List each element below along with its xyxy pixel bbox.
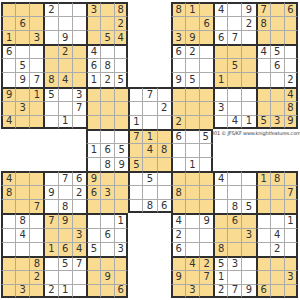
cell-r3-c2[interactable] bbox=[15, 30, 29, 44]
cell-r7-c16[interactable] bbox=[213, 87, 227, 101]
cell-r21-c3[interactable] bbox=[29, 284, 43, 298]
cell-r6-c15[interactable] bbox=[199, 72, 213, 86]
cell-r16-c15: 9 bbox=[199, 213, 213, 227]
cell-r20-c18[interactable] bbox=[241, 270, 255, 284]
cell-r15-c4[interactable] bbox=[43, 199, 57, 213]
cell-r4-c16[interactable] bbox=[213, 44, 227, 58]
cell-r20-c6[interactable] bbox=[72, 270, 86, 284]
cell-r17-c19[interactable] bbox=[256, 228, 270, 242]
cell-r1-c1[interactable] bbox=[1, 2, 15, 16]
cell-r8-c10[interactable] bbox=[128, 101, 142, 115]
cell-r21-c5: 1 bbox=[58, 284, 72, 298]
cell-r4-c4[interactable] bbox=[43, 44, 57, 58]
cell-r7-c3: 1 bbox=[29, 87, 43, 101]
cell-r14-c19[interactable] bbox=[256, 185, 270, 199]
cell-r5-c5[interactable] bbox=[58, 58, 72, 72]
cell-r14-c15[interactable] bbox=[199, 185, 213, 199]
cell-r16-c19[interactable] bbox=[256, 213, 270, 227]
cell-r4-c11 bbox=[142, 44, 156, 58]
cell-r12-c12[interactable] bbox=[157, 157, 171, 171]
cell-r15-c5: 8 bbox=[58, 199, 72, 213]
cell-r2-c16[interactable] bbox=[213, 16, 227, 30]
cell-r17-c5[interactable] bbox=[58, 228, 72, 242]
samurai-sudoku-board: 2388149766262813954396762462455685697841… bbox=[1, 2, 298, 298]
cell-r14-c20[interactable] bbox=[270, 185, 284, 199]
cell-r12-c13[interactable] bbox=[171, 157, 185, 171]
cell-r13-c15[interactable] bbox=[199, 171, 213, 185]
cell-r2-c5[interactable] bbox=[58, 16, 72, 30]
cell-r4-c21[interactable] bbox=[284, 44, 298, 58]
cell-r14-c7: 6 bbox=[86, 185, 100, 199]
cell-r6-c17[interactable] bbox=[227, 72, 241, 86]
cell-r17-c4[interactable] bbox=[43, 228, 57, 242]
cell-r10-c7[interactable] bbox=[86, 129, 100, 143]
cell-r13-c3[interactable] bbox=[29, 171, 43, 185]
cell-r20-c15: 7 bbox=[199, 270, 213, 284]
cell-r13-c1: 4 bbox=[1, 171, 15, 185]
cell-r5-c13[interactable] bbox=[171, 58, 185, 72]
cell-r16-c20[interactable] bbox=[270, 213, 284, 227]
cell-r16-c14[interactable] bbox=[185, 213, 199, 227]
cell-r9-c2[interactable] bbox=[15, 115, 29, 129]
cell-r13-c10[interactable] bbox=[128, 171, 142, 185]
cell-r6-c9: 5 bbox=[114, 72, 128, 86]
cell-r15-c19[interactable] bbox=[256, 199, 270, 213]
cell-r1-c3[interactable] bbox=[29, 2, 43, 16]
cell-r18-c13: 6 bbox=[171, 242, 185, 256]
cell-r1-c6[interactable] bbox=[72, 2, 86, 16]
cell-r18-c1[interactable] bbox=[1, 242, 15, 256]
cell-r11-c12: 8 bbox=[157, 143, 171, 157]
cell-r13-c21[interactable] bbox=[284, 171, 298, 185]
cell-r13-c8[interactable] bbox=[100, 171, 114, 185]
cell-r16-c1[interactable] bbox=[1, 213, 15, 227]
cell-r4-c12 bbox=[157, 44, 171, 58]
cell-r8-c13[interactable] bbox=[171, 101, 185, 115]
cell-r10-c1 bbox=[1, 129, 15, 143]
cell-r6-c16: 1 bbox=[213, 72, 227, 86]
cell-r17-c16[interactable] bbox=[213, 228, 227, 242]
cell-r21-c8[interactable] bbox=[100, 284, 114, 298]
cell-r7-c8[interactable] bbox=[100, 87, 114, 101]
cell-r4-c14: 2 bbox=[185, 44, 199, 58]
cell-r10-c14[interactable] bbox=[185, 129, 199, 143]
cell-r13-c2[interactable] bbox=[15, 171, 29, 185]
cell-r1-c5[interactable] bbox=[58, 2, 72, 16]
cell-r6-c20[interactable] bbox=[270, 72, 284, 86]
cell-r14-c18[interactable] bbox=[241, 185, 255, 199]
cell-r19-c4[interactable] bbox=[43, 256, 57, 270]
cell-r5-c21[interactable] bbox=[284, 58, 298, 72]
cell-r2-c20[interactable] bbox=[270, 16, 284, 30]
cell-r6-c13: 9 bbox=[171, 72, 185, 86]
cell-r4-c15[interactable] bbox=[199, 44, 213, 58]
cell-r21-c7[interactable] bbox=[86, 284, 100, 298]
cell-r20-c17[interactable] bbox=[227, 270, 241, 284]
cell-r12-c15[interactable] bbox=[199, 157, 213, 171]
cell-r12-c14: 1 bbox=[185, 157, 199, 171]
cell-r8-c5[interactable] bbox=[58, 101, 72, 115]
cell-r3-c20[interactable] bbox=[270, 30, 284, 44]
cell-r8-c14[interactable] bbox=[185, 101, 199, 115]
cell-r20-c14[interactable] bbox=[185, 270, 199, 284]
cell-r10-c9[interactable] bbox=[114, 129, 128, 143]
cell-r20-c20[interactable] bbox=[270, 270, 284, 284]
cell-r19-c16: 5 bbox=[213, 256, 227, 270]
cell-r18-c8[interactable] bbox=[100, 242, 114, 256]
cell-r7-c4: 5 bbox=[43, 87, 57, 101]
cell-r16-c9: 1 bbox=[114, 213, 128, 227]
cell-r9-c15[interactable] bbox=[199, 115, 213, 129]
cell-r12-c1 bbox=[1, 157, 15, 171]
cell-r16-c3[interactable] bbox=[29, 213, 43, 227]
cell-r14-c3[interactable] bbox=[29, 185, 43, 199]
cell-r14-c8: 3 bbox=[100, 185, 114, 199]
cell-r2-c13[interactable] bbox=[171, 16, 185, 30]
cell-r21-c14: 3 bbox=[185, 284, 199, 298]
cell-r6-c18[interactable] bbox=[241, 72, 255, 86]
cell-r12-c9: 9 bbox=[114, 157, 128, 171]
cell-r11-c16 bbox=[213, 143, 227, 157]
cell-r14-c9[interactable] bbox=[114, 185, 128, 199]
cell-r15-c1[interactable] bbox=[1, 199, 15, 213]
cell-r2-c1[interactable] bbox=[1, 16, 15, 30]
cell-r12-c11[interactable] bbox=[142, 157, 156, 171]
cell-r4-c5: 2 bbox=[58, 44, 72, 58]
cell-r4-c9[interactable] bbox=[114, 44, 128, 58]
cell-r2-c14[interactable] bbox=[185, 16, 199, 30]
cell-r3-c14: 9 bbox=[185, 30, 199, 44]
cell-r19-c15: 2 bbox=[199, 256, 213, 270]
cell-r21-c20[interactable] bbox=[270, 284, 284, 298]
cell-r4-c20: 5 bbox=[270, 44, 284, 58]
cell-r15-c16[interactable] bbox=[213, 199, 227, 213]
cell-r3-c11 bbox=[142, 30, 156, 44]
cell-r2-c21[interactable] bbox=[284, 16, 298, 30]
cell-r19-c18[interactable] bbox=[241, 256, 255, 270]
cell-r7-c7[interactable] bbox=[86, 87, 100, 101]
cell-r14-c12[interactable] bbox=[157, 185, 171, 199]
cell-r15-c14[interactable] bbox=[185, 199, 199, 213]
cell-r18-c4: 1 bbox=[43, 242, 57, 256]
cell-r7-c2[interactable] bbox=[15, 87, 29, 101]
cell-r9-c9[interactable] bbox=[114, 115, 128, 129]
cell-r1-c11 bbox=[142, 2, 156, 16]
cell-r14-c13: 8 bbox=[171, 185, 185, 199]
cell-r17-c13: 2 bbox=[171, 228, 185, 242]
cell-r7-c19[interactable] bbox=[256, 87, 270, 101]
cell-r15-c21[interactable] bbox=[284, 199, 298, 213]
cell-r11-c2 bbox=[15, 143, 29, 157]
cell-r20-c16: 1 bbox=[213, 270, 227, 284]
cell-r14-c10[interactable] bbox=[128, 185, 142, 199]
cell-r8-c15[interactable] bbox=[199, 101, 213, 115]
cell-r3-c15[interactable] bbox=[199, 30, 213, 44]
cell-r2-c11 bbox=[142, 16, 156, 30]
cell-r17-c7[interactable] bbox=[86, 228, 100, 242]
cell-r21-c12 bbox=[157, 284, 171, 298]
cell-r5-c16[interactable] bbox=[213, 58, 227, 72]
cell-r11-c13[interactable] bbox=[171, 143, 185, 157]
cell-r3-c1: 1 bbox=[1, 30, 15, 44]
cell-r21-c15[interactable] bbox=[199, 284, 213, 298]
cell-r5-c14[interactable] bbox=[185, 58, 199, 72]
cell-r3-c4[interactable] bbox=[43, 30, 57, 44]
cell-r2-c8[interactable] bbox=[100, 16, 114, 30]
cell-r9-c16[interactable] bbox=[213, 115, 227, 129]
cell-r14-c17[interactable] bbox=[227, 185, 241, 199]
cell-r11-c14[interactable] bbox=[185, 143, 199, 157]
cell-r8-c1[interactable] bbox=[1, 101, 15, 115]
cell-r13-c5: 7 bbox=[58, 171, 72, 185]
cell-r13-c13[interactable] bbox=[171, 171, 185, 185]
cell-r15-c8[interactable] bbox=[100, 199, 114, 213]
cell-r13-c19: 1 bbox=[256, 171, 270, 185]
cell-r5-c15[interactable] bbox=[199, 58, 213, 72]
cell-r19-c2[interactable] bbox=[15, 256, 29, 270]
cell-r12-c18 bbox=[241, 157, 255, 171]
cell-r17-c15[interactable] bbox=[199, 228, 213, 242]
cell-r1-c17[interactable] bbox=[227, 2, 241, 16]
cell-r5-c9[interactable] bbox=[114, 58, 128, 72]
cell-r7-c5[interactable] bbox=[58, 87, 72, 101]
cell-r4-c2[interactable] bbox=[15, 44, 29, 58]
cell-r2-c6[interactable] bbox=[72, 16, 86, 30]
cell-r1-c15[interactable] bbox=[199, 2, 213, 16]
cell-r8-c6: 7 bbox=[72, 101, 86, 115]
cell-r15-c2[interactable] bbox=[15, 199, 29, 213]
cell-r16-c16[interactable] bbox=[213, 213, 227, 227]
cell-r17-c17[interactable] bbox=[227, 228, 241, 242]
cell-r2-c7[interactable] bbox=[86, 16, 100, 30]
cell-r19-c13[interactable] bbox=[171, 256, 185, 270]
cell-r8-c19[interactable] bbox=[256, 101, 270, 115]
cell-r20-c2[interactable] bbox=[15, 270, 29, 284]
cell-r17-c21[interactable] bbox=[284, 228, 298, 242]
cell-r9-c7[interactable] bbox=[86, 115, 100, 129]
cell-r18-c14[interactable] bbox=[185, 242, 199, 256]
cell-r9-c12[interactable] bbox=[157, 115, 171, 129]
cell-r8-c20[interactable] bbox=[270, 101, 284, 115]
cell-r9-c20: 3 bbox=[270, 115, 284, 129]
cell-r13-c18[interactable] bbox=[241, 171, 255, 185]
cell-r20-c5[interactable] bbox=[58, 270, 72, 284]
cell-r19-c20[interactable] bbox=[270, 256, 284, 270]
cell-r5-c7: 6 bbox=[86, 58, 100, 72]
cell-r8-c4[interactable] bbox=[43, 101, 57, 115]
cell-r8-c9[interactable] bbox=[114, 101, 128, 115]
cell-r19-c19[interactable] bbox=[256, 256, 270, 270]
cell-r13-c20: 8 bbox=[270, 171, 284, 185]
cell-r7-c17[interactable] bbox=[227, 87, 241, 101]
cell-r19-c8[interactable] bbox=[100, 256, 114, 270]
cell-r21-c9: 6 bbox=[114, 284, 128, 298]
cell-r1-c20[interactable] bbox=[270, 2, 284, 16]
cell-r19-c21[interactable] bbox=[284, 256, 298, 270]
cell-r17-c10 bbox=[128, 228, 142, 242]
cell-r17-c9[interactable] bbox=[114, 228, 128, 242]
cell-r15-c11: 8 bbox=[142, 199, 156, 213]
cell-r5-c8: 8 bbox=[100, 58, 114, 72]
cell-r19-c9[interactable] bbox=[114, 256, 128, 270]
cell-r6-c6[interactable] bbox=[72, 72, 86, 86]
cell-r14-c2[interactable] bbox=[15, 185, 29, 199]
cell-r3-c3: 3 bbox=[29, 30, 43, 44]
cell-r20-c1[interactable] bbox=[1, 270, 15, 284]
cell-r12-c16 bbox=[213, 157, 227, 171]
cell-r10-c8[interactable] bbox=[100, 129, 114, 143]
cell-r18-c18[interactable] bbox=[241, 242, 255, 256]
cell-r7-c12[interactable] bbox=[157, 87, 171, 101]
cell-r17-c1[interactable] bbox=[1, 228, 15, 242]
cell-r6-c19[interactable] bbox=[256, 72, 270, 86]
cell-r13-c17[interactable] bbox=[227, 171, 241, 185]
cell-r16-c7[interactable] bbox=[86, 213, 100, 227]
cell-r9-c3[interactable] bbox=[29, 115, 43, 129]
cell-r5-c18[interactable] bbox=[241, 58, 255, 72]
cell-r9-c6[interactable] bbox=[72, 115, 86, 129]
cell-r18-c17[interactable] bbox=[227, 242, 241, 256]
cell-r6-c1[interactable] bbox=[1, 72, 15, 86]
cell-r11-c15[interactable] bbox=[199, 143, 213, 157]
cell-r20-c19[interactable] bbox=[256, 270, 270, 284]
cell-r1-c2[interactable] bbox=[15, 2, 29, 16]
cell-r21-c21[interactable] bbox=[284, 284, 298, 298]
cell-r20-c9[interactable] bbox=[114, 270, 128, 284]
cell-r2-c4[interactable] bbox=[43, 16, 57, 30]
cell-r13-c4[interactable] bbox=[43, 171, 57, 185]
cell-r18-c12 bbox=[157, 242, 171, 256]
cell-r20-c7[interactable] bbox=[86, 270, 100, 284]
cell-r16-c8[interactable] bbox=[100, 213, 114, 227]
cell-r18-c7: 5 bbox=[86, 242, 100, 256]
cell-r5-c10 bbox=[128, 58, 142, 72]
cell-r6-c14: 5 bbox=[185, 72, 199, 86]
cell-r12-c7[interactable] bbox=[86, 157, 100, 171]
cell-r9-c14[interactable] bbox=[185, 115, 199, 129]
cell-r4-c3[interactable] bbox=[29, 44, 43, 58]
cell-r7-c15[interactable] bbox=[199, 87, 213, 101]
cell-r9-c8[interactable] bbox=[100, 115, 114, 129]
cell-r2-c17[interactable] bbox=[227, 16, 241, 30]
cell-r17-c3[interactable] bbox=[29, 228, 43, 242]
cell-r9-c11[interactable] bbox=[142, 115, 156, 129]
cell-r17-c14[interactable] bbox=[185, 228, 199, 242]
cell-r3-c19[interactable] bbox=[256, 30, 270, 44]
cell-r14-c16[interactable] bbox=[213, 185, 227, 199]
cell-r21-c1[interactable] bbox=[1, 284, 15, 298]
cell-r18-c3[interactable] bbox=[29, 242, 43, 256]
cell-r15-c7[interactable] bbox=[86, 199, 100, 213]
cell-r7-c14[interactable] bbox=[185, 87, 199, 101]
cell-r15-c9[interactable] bbox=[114, 199, 128, 213]
cell-r3-c18[interactable] bbox=[241, 30, 255, 44]
cell-r4-c8[interactable] bbox=[100, 44, 114, 58]
cell-r19-c7[interactable] bbox=[86, 256, 100, 270]
cell-r16-c10 bbox=[128, 213, 142, 227]
cell-r16-c18[interactable] bbox=[241, 213, 255, 227]
cell-r3-c12 bbox=[157, 30, 171, 44]
cell-r18-c21[interactable] bbox=[284, 242, 298, 256]
cell-r8-c11[interactable] bbox=[142, 101, 156, 115]
cell-r7-c18[interactable] bbox=[241, 87, 255, 101]
cell-r5-c11 bbox=[142, 58, 156, 72]
cell-r11-c10[interactable] bbox=[128, 143, 142, 157]
cell-r18-c15[interactable] bbox=[199, 242, 213, 256]
cell-r5-c19[interactable] bbox=[256, 58, 270, 72]
cell-r15-c15[interactable] bbox=[199, 199, 213, 213]
cell-r7-c20[interactable] bbox=[270, 87, 284, 101]
cell-r8-c8[interactable] bbox=[100, 101, 114, 115]
cell-r18-c19[interactable] bbox=[256, 242, 270, 256]
cell-r8-c3[interactable] bbox=[29, 101, 43, 115]
cell-r4-c18[interactable] bbox=[241, 44, 255, 58]
cell-r2-c15: 6 bbox=[199, 16, 213, 30]
cell-r3-c21[interactable] bbox=[284, 30, 298, 44]
cell-r9-c17: 4 bbox=[227, 115, 241, 129]
cell-r8-c18[interactable] bbox=[241, 101, 255, 115]
cell-r11-c11: 4 bbox=[142, 143, 156, 157]
cell-r18-c2[interactable] bbox=[15, 242, 29, 256]
cell-r5-c3[interactable] bbox=[29, 58, 43, 72]
cell-r3-c7[interactable] bbox=[86, 30, 100, 44]
cell-r5-c2: 5 bbox=[15, 58, 29, 72]
cell-r20-c4[interactable] bbox=[43, 270, 57, 284]
cell-r19-c1[interactable] bbox=[1, 256, 15, 270]
cell-r2-c3[interactable] bbox=[29, 16, 43, 30]
cell-r15-c20[interactable] bbox=[270, 199, 284, 213]
cell-r21-c2: 3 bbox=[15, 284, 29, 298]
cell-r6-c11 bbox=[142, 72, 156, 86]
copyright-credit: 001 © JFS/KF www.knightfeatures.com bbox=[211, 130, 300, 136]
cell-r2-c19: 8 bbox=[256, 16, 270, 30]
cell-r17-c18: 3 bbox=[241, 228, 255, 242]
cell-r14-c11[interactable] bbox=[142, 185, 156, 199]
cell-r3-c16: 6 bbox=[213, 30, 227, 44]
cell-r1-c8[interactable] bbox=[100, 2, 114, 16]
cell-r4-c6[interactable] bbox=[72, 44, 86, 58]
cell-r15-c6[interactable] bbox=[72, 199, 86, 213]
cell-r14-c5[interactable] bbox=[58, 185, 72, 199]
cell-r9-c4[interactable] bbox=[43, 115, 57, 129]
cell-r7-c10[interactable] bbox=[128, 87, 142, 101]
cell-r8-c2: 3 bbox=[15, 101, 29, 115]
cell-r15-c10[interactable] bbox=[128, 199, 142, 213]
cell-r20-c8: 9 bbox=[100, 270, 114, 284]
cell-r13-c12[interactable] bbox=[157, 171, 171, 185]
cell-r7-c13[interactable] bbox=[171, 87, 185, 101]
cell-r5-c6[interactable] bbox=[72, 58, 86, 72]
cell-r3-c6[interactable] bbox=[72, 30, 86, 44]
cell-r5-c1[interactable] bbox=[1, 58, 15, 72]
cell-r10-c5 bbox=[58, 129, 72, 143]
cell-r15-c13[interactable] bbox=[171, 199, 185, 213]
cell-r15-c18: 5 bbox=[241, 199, 255, 213]
cell-r21-c6[interactable] bbox=[72, 284, 86, 298]
cell-r7-c9[interactable] bbox=[114, 87, 128, 101]
cell-r13-c14[interactable] bbox=[185, 171, 199, 185]
cell-r16-c6[interactable] bbox=[72, 213, 86, 227]
cell-r10-c4 bbox=[43, 129, 57, 143]
cell-r4-c17[interactable] bbox=[227, 44, 241, 58]
cell-r5-c4[interactable] bbox=[43, 58, 57, 72]
cell-r13-c9[interactable] bbox=[114, 171, 128, 185]
cell-r8-c17[interactable] bbox=[227, 101, 241, 115]
cell-r21-c13[interactable] bbox=[171, 284, 185, 298]
cell-r8-c7[interactable] bbox=[86, 101, 100, 115]
cell-r10-c12[interactable] bbox=[157, 129, 171, 143]
cell-r14-c14[interactable] bbox=[185, 185, 199, 199]
